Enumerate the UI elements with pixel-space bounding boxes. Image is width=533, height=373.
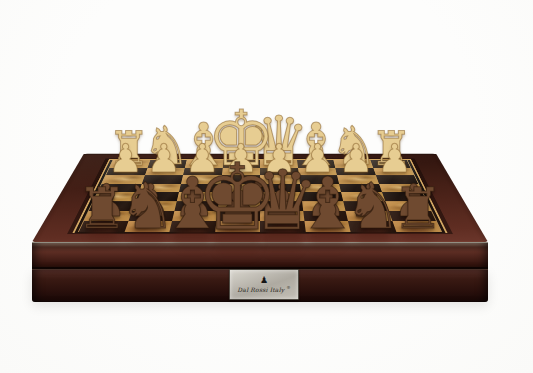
square-c2 [298, 168, 337, 176]
square-b7 [346, 211, 392, 221]
square-f5 [177, 192, 220, 201]
square-e7 [216, 211, 260, 221]
square-e1 [222, 160, 260, 167]
square-e8 [215, 221, 260, 232]
square-f8 [169, 221, 216, 232]
board-frame [72, 159, 447, 233]
square-f4 [179, 184, 221, 193]
square-b6 [343, 201, 388, 211]
square-e3 [220, 175, 260, 183]
square-h7 [84, 211, 132, 221]
square-h2 [106, 168, 147, 176]
square-b8 [348, 221, 396, 232]
chess-set-photo: ♟ Dal Rossi Italy ® ♜♞♝♛♚♝♞♜♟♟♟♟♟♟♟♟♟♟♟♟… [0, 0, 533, 373]
square-g8 [124, 221, 172, 232]
square-h5 [94, 192, 139, 201]
brand-name: Dal Rossi Italy [237, 286, 284, 293]
square-c8 [304, 221, 351, 232]
square-g5 [135, 192, 179, 201]
square-g2 [144, 168, 184, 176]
square-c7 [303, 211, 348, 221]
square-a2 [373, 168, 414, 176]
brand-text: Dal Rossi Italy ® [237, 286, 290, 293]
square-b5 [341, 192, 385, 201]
registered-mark: ® [286, 285, 290, 290]
square-g7 [128, 211, 174, 221]
square-e2 [221, 168, 260, 176]
square-e6 [217, 201, 260, 211]
square-d8 [260, 221, 305, 232]
square-d5 [260, 192, 302, 201]
pawn-icon: ♟ [260, 276, 268, 285]
square-f2 [183, 168, 222, 176]
square-b2 [335, 168, 375, 176]
square-d3 [260, 175, 300, 183]
square-a3 [376, 175, 418, 183]
square-f3 [181, 175, 221, 183]
box-lid-front [32, 242, 488, 268]
square-g3 [141, 175, 182, 183]
brand-plaque: ♟ Dal Rossi Italy ® [229, 269, 299, 300]
square-h4 [98, 184, 142, 193]
square-f1 [185, 160, 223, 167]
square-a7 [388, 211, 436, 221]
square-h1 [110, 160, 150, 167]
square-d2 [260, 168, 299, 176]
square-c5 [301, 192, 344, 201]
square-b1 [333, 160, 372, 167]
square-c3 [299, 175, 339, 183]
square-c6 [302, 201, 346, 211]
square-a6 [385, 201, 431, 211]
square-c1 [297, 160, 335, 167]
square-b3 [337, 175, 378, 183]
square-c4 [300, 184, 342, 193]
square-a4 [379, 184, 423, 193]
square-e4 [219, 184, 260, 193]
square-b4 [339, 184, 382, 193]
square-g1 [147, 160, 186, 167]
chess-board [79, 160, 441, 232]
square-d4 [260, 184, 301, 193]
square-a5 [382, 192, 427, 201]
square-d1 [260, 160, 298, 167]
square-h6 [89, 201, 135, 211]
square-h8 [79, 221, 128, 232]
square-g4 [138, 184, 181, 193]
square-a1 [370, 160, 410, 167]
box-lid-top [32, 154, 488, 242]
square-f6 [174, 201, 218, 211]
square-h3 [102, 175, 144, 183]
square-d6 [260, 201, 303, 211]
square-g6 [132, 201, 177, 211]
square-a8 [392, 221, 441, 232]
square-e5 [218, 192, 260, 201]
square-d7 [260, 211, 304, 221]
square-f7 [172, 211, 217, 221]
